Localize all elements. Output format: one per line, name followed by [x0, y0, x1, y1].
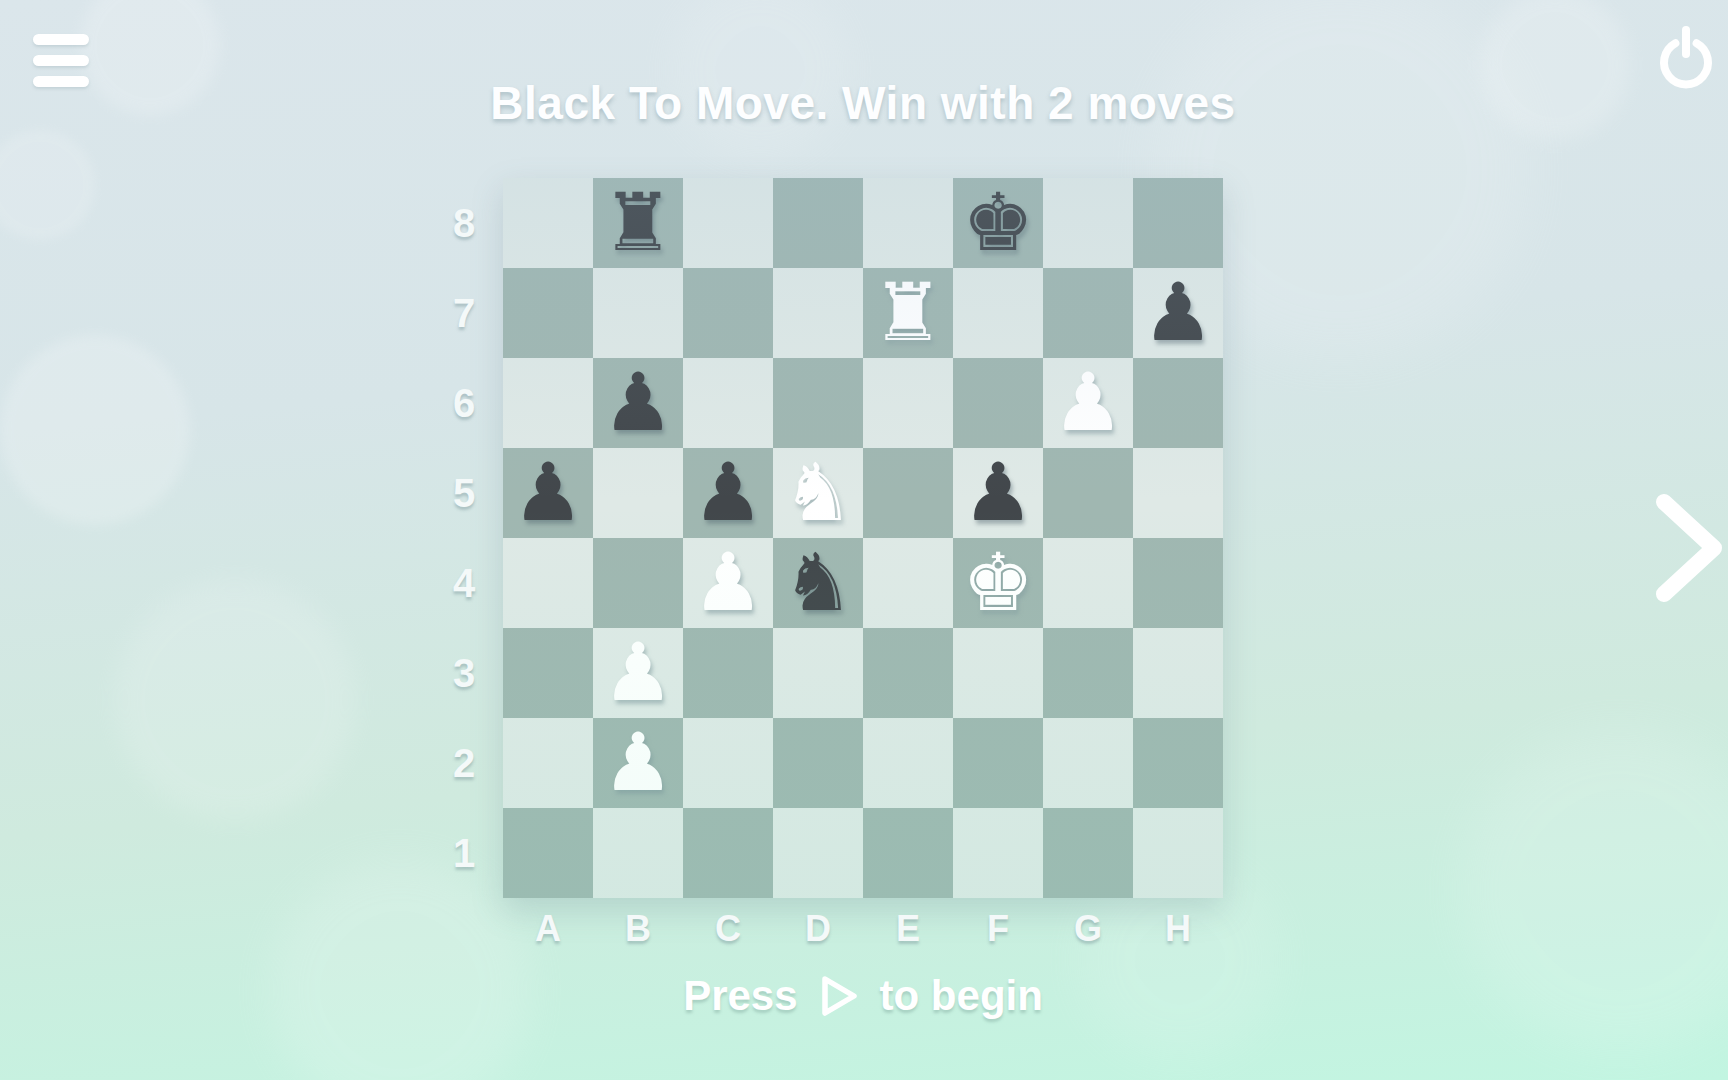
file-label-d: D [773, 908, 863, 950]
page-title: Black To Move. Win with 2 moves [433, 76, 1293, 130]
piece-black-pawn[interactable]: ♟ [953, 448, 1043, 538]
press-text: Press [683, 972, 797, 1020]
square-d3[interactable] [773, 628, 863, 718]
piece-black-pawn[interactable]: ♟ [1133, 268, 1223, 358]
square-b7[interactable] [593, 268, 683, 358]
piece-white-pawn[interactable]: ♟ [683, 538, 773, 628]
square-h7[interactable]: ♟ [1133, 268, 1223, 358]
chess-board: ♜♚♜♟♟♟♟♟♞♟♟♞♚♟♟ [503, 178, 1223, 898]
square-e3[interactable] [863, 628, 953, 718]
file-label-c: C [683, 908, 773, 950]
power-icon [1654, 24, 1718, 92]
square-a3[interactable] [503, 628, 593, 718]
square-d7[interactable] [773, 268, 863, 358]
square-d4[interactable]: ♞ [773, 538, 863, 628]
square-f2[interactable] [953, 718, 1043, 808]
rank-label-4: 4 [438, 538, 490, 628]
piece-white-king[interactable]: ♚ [953, 538, 1043, 628]
square-c8[interactable] [683, 178, 773, 268]
rank-label-1: 1 [438, 808, 490, 898]
square-h5[interactable] [1133, 448, 1223, 538]
menu-button[interactable] [33, 34, 89, 88]
square-f5[interactable]: ♟ [953, 448, 1043, 538]
square-b3[interactable]: ♟ [593, 628, 683, 718]
bokeh-circle [1480, 0, 1630, 140]
square-d5[interactable]: ♞ [773, 448, 863, 538]
square-e6[interactable] [863, 358, 953, 448]
square-h8[interactable] [1133, 178, 1223, 268]
square-d6[interactable] [773, 358, 863, 448]
piece-black-pawn[interactable]: ♟ [593, 358, 683, 448]
square-g4[interactable] [1043, 538, 1133, 628]
square-h6[interactable] [1133, 358, 1223, 448]
square-c1[interactable] [683, 808, 773, 898]
bokeh-circle [0, 335, 190, 525]
bokeh-circle [1460, 730, 1728, 1050]
begin-prompt: Press to begin [503, 972, 1223, 1020]
file-labels: ABCDEFGH [503, 908, 1223, 950]
bokeh-circle [0, 130, 95, 240]
piece-white-pawn[interactable]: ♟ [593, 718, 683, 808]
power-button[interactable] [1654, 24, 1718, 92]
rank-label-3: 3 [438, 628, 490, 718]
bokeh-circle [80, 0, 220, 115]
rank-label-6: 6 [438, 358, 490, 448]
next-button[interactable] [1654, 492, 1726, 604]
square-e5[interactable] [863, 448, 953, 538]
square-h2[interactable] [1133, 718, 1223, 808]
rank-label-5: 5 [438, 448, 490, 538]
rank-label-8: 8 [438, 178, 490, 268]
square-c2[interactable] [683, 718, 773, 808]
square-b8[interactable]: ♜ [593, 178, 683, 268]
piece-white-knight[interactable]: ♞ [773, 448, 863, 538]
file-label-a: A [503, 908, 593, 950]
rank-label-7: 7 [438, 268, 490, 358]
piece-white-pawn[interactable]: ♟ [593, 628, 683, 718]
square-e7[interactable]: ♜ [863, 268, 953, 358]
piece-white-pawn[interactable]: ♟ [1043, 358, 1133, 448]
square-d8[interactable] [773, 178, 863, 268]
square-b5[interactable] [593, 448, 683, 538]
square-c5[interactable]: ♟ [683, 448, 773, 538]
hamburger-menu-icon [33, 34, 89, 45]
square-b1[interactable] [593, 808, 683, 898]
square-f4[interactable]: ♚ [953, 538, 1043, 628]
square-b2[interactable]: ♟ [593, 718, 683, 808]
square-b6[interactable]: ♟ [593, 358, 683, 448]
square-g5[interactable] [1043, 448, 1133, 538]
file-label-h: H [1133, 908, 1223, 950]
square-f6[interactable] [953, 358, 1043, 448]
piece-black-king[interactable]: ♚ [953, 178, 1043, 268]
board-container: ♜♚♜♟♟♟♟♟♞♟♟♞♚♟♟ [503, 178, 1223, 898]
piece-white-rook[interactable]: ♜ [863, 268, 953, 358]
square-e4[interactable] [863, 538, 953, 628]
square-f3[interactable] [953, 628, 1043, 718]
rank-labels: 87654321 [438, 178, 490, 898]
square-e8[interactable] [863, 178, 953, 268]
piece-black-pawn[interactable]: ♟ [503, 448, 593, 538]
file-label-e: E [863, 908, 953, 950]
square-a5[interactable]: ♟ [503, 448, 593, 538]
square-g1[interactable] [1043, 808, 1133, 898]
square-g6[interactable]: ♟ [1043, 358, 1133, 448]
square-c6[interactable] [683, 358, 773, 448]
square-f7[interactable] [953, 268, 1043, 358]
square-d2[interactable] [773, 718, 863, 808]
square-d1[interactable] [773, 808, 863, 898]
file-label-g: G [1043, 908, 1133, 950]
piece-black-knight[interactable]: ♞ [773, 538, 863, 628]
square-c3[interactable] [683, 628, 773, 718]
square-g2[interactable] [1043, 718, 1133, 808]
to-begin-text: to begin [880, 972, 1043, 1020]
square-a1[interactable] [503, 808, 593, 898]
square-f8[interactable]: ♚ [953, 178, 1043, 268]
square-e2[interactable] [863, 718, 953, 808]
chevron-right-icon [1654, 492, 1726, 604]
square-a6[interactable] [503, 358, 593, 448]
square-h4[interactable] [1133, 538, 1223, 628]
square-a7[interactable] [503, 268, 593, 358]
piece-black-rook[interactable]: ♜ [593, 178, 683, 268]
square-a8[interactable] [503, 178, 593, 268]
square-c7[interactable] [683, 268, 773, 358]
file-label-b: B [593, 908, 683, 950]
square-g7[interactable] [1043, 268, 1133, 358]
square-c4[interactable]: ♟ [683, 538, 773, 628]
square-a4[interactable] [503, 538, 593, 628]
square-a2[interactable] [503, 718, 593, 808]
play-triangle-icon[interactable] [818, 973, 860, 1019]
square-g3[interactable] [1043, 628, 1133, 718]
rank-label-2: 2 [438, 718, 490, 808]
square-g8[interactable] [1043, 178, 1133, 268]
square-h3[interactable] [1133, 628, 1223, 718]
app-window: Black To Move. Win with 2 moves ♜♚♜♟♟♟♟♟… [0, 0, 1728, 1080]
file-label-f: F [953, 908, 1043, 950]
piece-black-pawn[interactable]: ♟ [683, 448, 773, 538]
square-e1[interactable] [863, 808, 953, 898]
bokeh-circle [270, 860, 530, 1080]
square-f1[interactable] [953, 808, 1043, 898]
square-b4[interactable] [593, 538, 683, 628]
square-h1[interactable] [1133, 808, 1223, 898]
bokeh-circle [115, 580, 355, 820]
